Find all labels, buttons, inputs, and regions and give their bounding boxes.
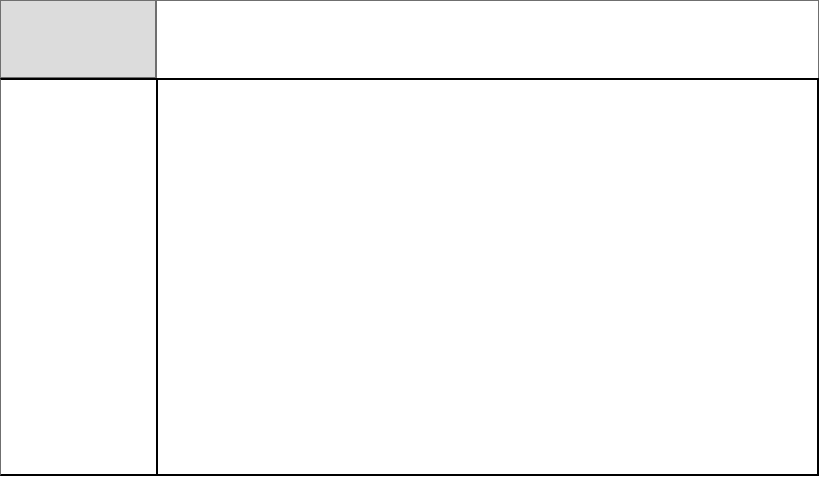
column-clues-area [156,0,819,78]
puzzle-grid[interactable] [156,78,819,476]
corner-box [0,0,156,78]
nonogram-puzzle-screen [0,0,819,487]
row-clues-area [0,78,156,476]
